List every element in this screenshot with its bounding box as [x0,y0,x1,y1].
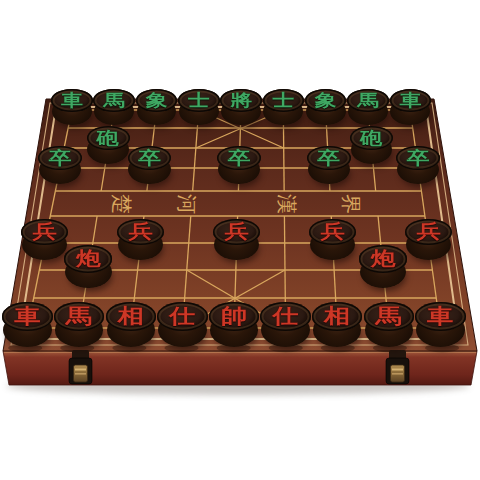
piece-character: 卒 [228,149,251,167]
piece-character: 兵 [416,223,440,242]
piece-character: 卒 [138,149,161,167]
piece-face: 相 [106,302,157,330]
piece-character: 炮 [371,249,396,269]
piece-face: 馬 [54,302,105,330]
piece-red-車[interactable]: 車 [415,302,466,347]
piece-face: 車 [2,302,53,330]
piece-character: 將 [230,92,252,109]
piece-red-炮[interactable]: 炮 [64,245,112,287]
piece-character: 士 [188,92,210,109]
piece-character: 車 [399,92,421,109]
piece-character: 砲 [360,129,382,146]
piece-red-馬[interactable]: 馬 [364,302,415,347]
piece-face: 將 [220,89,262,112]
piece-character: 車 [14,306,40,327]
xiangqi-set-photo: 楚河漢界 車馬象士將士象馬車砲砲卒卒卒卒卒兵兵兵兵兵炮炮車馬相仕帥仕相馬車 [0,0,480,480]
river-char: 界 [339,194,363,214]
piece-face: 馬 [93,89,135,112]
piece-character: 馬 [357,92,379,109]
river-char: 河 [175,194,199,214]
piece-green-砲[interactable]: 砲 [350,126,393,164]
piece-character: 帥 [221,306,247,327]
piece-face: 炮 [64,245,112,272]
piece-character: 兵 [320,223,344,242]
piece-red-兵[interactable]: 兵 [405,219,452,260]
piece-red-相[interactable]: 相 [106,302,157,347]
piece-green-卒[interactable]: 卒 [217,146,261,185]
piece-red-仕[interactable]: 仕 [260,302,311,347]
piece-green-車[interactable]: 車 [390,89,432,126]
piece-character: 兵 [129,223,153,242]
piece-red-馬[interactable]: 馬 [54,302,105,347]
piece-red-仕[interactable]: 仕 [157,302,208,347]
piece-face: 車 [51,89,93,112]
piece-green-象[interactable]: 象 [305,89,347,126]
piece-character: 車 [61,92,83,109]
piece-green-卒[interactable]: 卒 [128,146,172,185]
piece-red-帥[interactable]: 帥 [209,302,260,347]
piece-green-象[interactable]: 象 [136,89,178,126]
piece-face: 炮 [359,245,407,272]
piece-character: 車 [427,306,453,327]
piece-red-兵[interactable]: 兵 [117,219,164,260]
latch-left-icon [69,350,92,384]
piece-character: 仕 [272,306,298,327]
piece-green-馬[interactable]: 馬 [347,89,389,126]
piece-face: 帥 [209,302,260,330]
piece-face: 車 [390,89,432,112]
piece-character: 馬 [376,306,402,327]
piece-character: 象 [315,92,337,109]
piece-character: 兵 [33,223,57,242]
piece-character: 卒 [407,149,430,167]
piece-character: 炮 [76,249,101,269]
piece-character: 士 [273,92,295,109]
piece-red-兵[interactable]: 兵 [21,219,68,260]
piece-red-兵[interactable]: 兵 [213,219,260,260]
piece-green-卒[interactable]: 卒 [38,146,82,185]
piece-character: 馬 [103,92,125,109]
piece-green-士[interactable]: 士 [178,89,220,126]
piece-face: 砲 [87,126,130,150]
piece-character: 仕 [169,306,195,327]
piece-character: 象 [146,92,168,109]
piece-green-卒[interactable]: 卒 [396,146,440,185]
piece-green-士[interactable]: 士 [263,89,305,126]
piece-face: 士 [263,89,305,112]
piece-face: 車 [415,302,466,330]
latch-right-icon [386,350,409,384]
piece-character: 兵 [224,223,248,242]
piece-face: 卒 [217,146,261,171]
piece-character: 卒 [49,149,72,167]
piece-face: 仕 [157,302,208,330]
piece-green-車[interactable]: 車 [51,89,93,126]
piece-green-卒[interactable]: 卒 [307,146,351,185]
piece-green-將[interactable]: 將 [220,89,262,126]
river-char: 漢 [275,194,299,214]
piece-red-車[interactable]: 車 [2,302,53,347]
piece-face: 士 [178,89,220,112]
piece-red-相[interactable]: 相 [312,302,363,347]
piece-character: 馬 [66,306,92,327]
river-char: 楚 [110,194,134,214]
piece-face: 馬 [347,89,389,112]
piece-face: 馬 [364,302,415,330]
piece-character: 相 [118,306,144,327]
piece-green-馬[interactable]: 馬 [93,89,135,126]
piece-character: 相 [324,306,350,327]
piece-green-砲[interactable]: 砲 [87,126,130,164]
piece-face: 卒 [38,146,82,171]
piece-face: 仕 [260,302,311,330]
piece-red-炮[interactable]: 炮 [359,245,407,287]
piece-face: 相 [312,302,363,330]
piece-face: 卒 [307,146,351,171]
piece-character: 砲 [97,129,119,146]
piece-red-兵[interactable]: 兵 [309,219,356,260]
piece-character: 卒 [317,149,340,167]
piece-face: 象 [136,89,178,112]
